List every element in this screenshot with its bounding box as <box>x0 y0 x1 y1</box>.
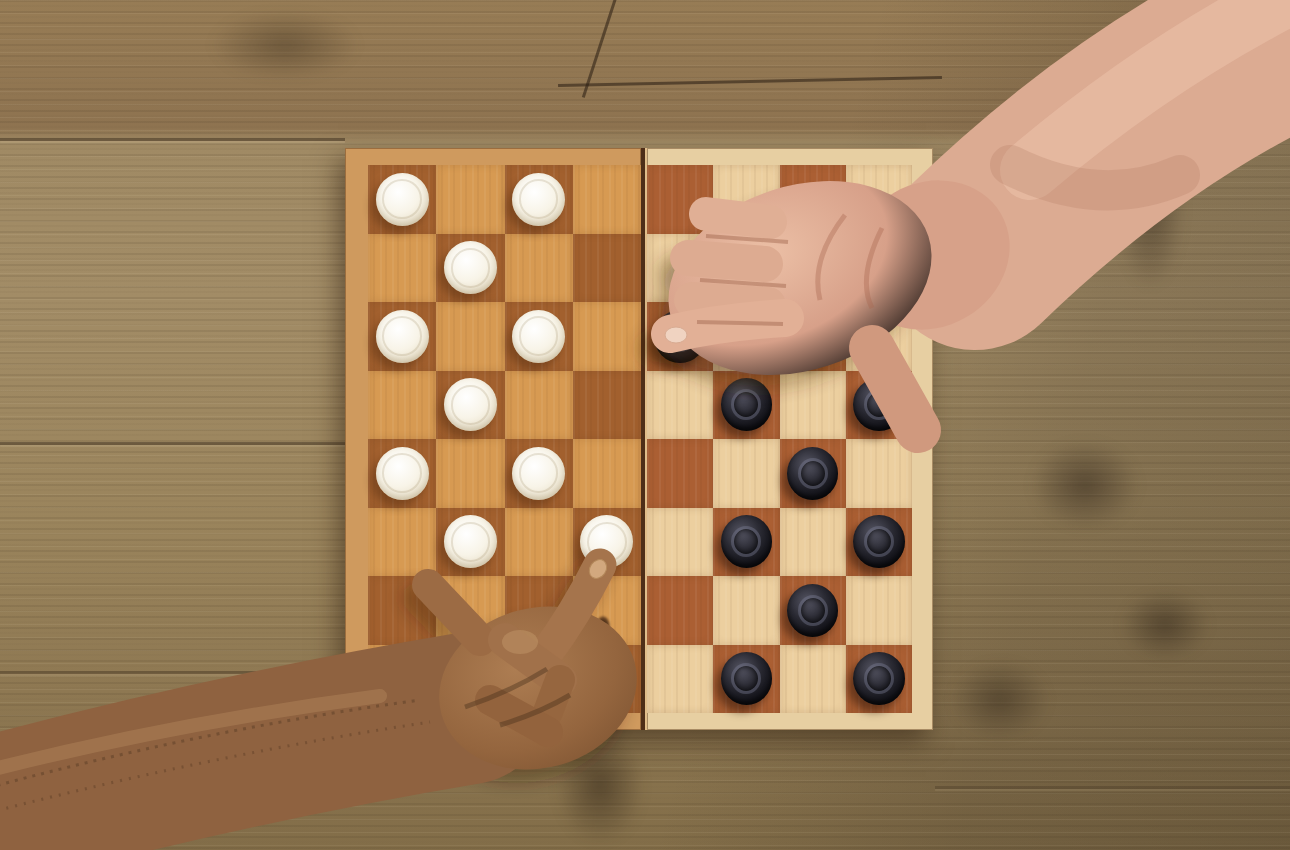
square-r7c6[interactable] <box>713 576 779 645</box>
square-r7c5[interactable] <box>647 576 713 645</box>
white-piece-r6c2[interactable] <box>444 515 497 568</box>
square-r1c7[interactable] <box>780 165 846 234</box>
square-r4c4[interactable] <box>573 371 641 440</box>
square-r5c4[interactable] <box>573 439 641 508</box>
wood-knot-patch <box>1115 120 1185 290</box>
square-r6c3[interactable] <box>505 508 573 577</box>
wood-crack <box>558 76 942 87</box>
square-r6c4[interactable] <box>573 508 641 577</box>
square-r2c8[interactable] <box>846 234 912 303</box>
black-piece-r3c7[interactable] <box>787 310 839 363</box>
square-r6c6[interactable] <box>713 508 779 577</box>
wood-crack <box>582 0 617 98</box>
square-r3c7[interactable] <box>780 302 846 371</box>
board-left-grid <box>368 165 641 713</box>
square-r1c6[interactable] <box>713 165 779 234</box>
square-r5c8[interactable] <box>846 439 912 508</box>
square-r6c8[interactable] <box>846 508 912 577</box>
table-surface <box>0 0 1290 850</box>
square-r5c5[interactable] <box>647 439 713 508</box>
board-wood-knot <box>596 616 610 637</box>
square-r6c5[interactable] <box>647 508 713 577</box>
square-r8c2[interactable] <box>436 645 504 714</box>
white-piece-r5c3[interactable] <box>512 447 565 500</box>
square-r3c4[interactable] <box>573 302 641 371</box>
square-r5c6[interactable] <box>713 439 779 508</box>
square-r2c1[interactable] <box>368 234 436 303</box>
wood-knot-patch <box>210 10 360 80</box>
square-r2c7[interactable] <box>780 234 846 303</box>
plank-seam <box>0 138 345 141</box>
black-piece-r6c8[interactable] <box>853 515 905 568</box>
white-piece-r5c1[interactable] <box>376 447 429 500</box>
black-piece-r3c5[interactable] <box>654 310 706 363</box>
square-r7c8[interactable] <box>846 576 912 645</box>
square-r8c6[interactable] <box>713 645 779 714</box>
board-left-half <box>345 148 645 730</box>
square-r8c5[interactable] <box>647 645 713 714</box>
square-r2c4[interactable] <box>573 234 641 303</box>
black-piece-r7c7[interactable] <box>787 584 839 637</box>
square-r4c8[interactable] <box>846 371 912 440</box>
square-r4c7[interactable] <box>780 371 846 440</box>
square-r7c1[interactable] <box>368 576 436 645</box>
white-piece-r4c2[interactable] <box>444 378 497 431</box>
square-r3c5[interactable] <box>647 302 713 371</box>
square-r4c3[interactable] <box>505 371 573 440</box>
black-piece-r6c6[interactable] <box>721 515 773 568</box>
square-r2c3[interactable] <box>505 234 573 303</box>
square-r8c3[interactable] <box>505 645 573 714</box>
square-r5c2[interactable] <box>436 439 504 508</box>
plank-seam <box>0 442 345 445</box>
square-r4c1[interactable] <box>368 371 436 440</box>
white-piece-r2c2[interactable] <box>444 241 497 294</box>
square-r1c2[interactable] <box>436 165 504 234</box>
square-r8c7[interactable] <box>780 645 846 714</box>
square-r8c1[interactable] <box>368 645 436 714</box>
wood-knot-patch <box>1030 440 1140 530</box>
square-r8c8[interactable] <box>846 645 912 714</box>
square-r7c2[interactable] <box>436 576 504 645</box>
square-r8c4[interactable] <box>573 645 641 714</box>
square-r7c4[interactable] <box>573 576 641 645</box>
white-piece-r1c3[interactable] <box>512 173 565 226</box>
checkers-board <box>345 148 933 730</box>
square-r4c2[interactable] <box>436 371 504 440</box>
square-r1c4[interactable] <box>573 165 641 234</box>
white-piece-r1c1[interactable] <box>376 173 429 226</box>
square-r1c8[interactable] <box>846 165 912 234</box>
square-r1c3[interactable] <box>505 165 573 234</box>
square-r4c6[interactable] <box>713 371 779 440</box>
wood-knot-patch <box>555 725 645 845</box>
white-piece-r6c4[interactable] <box>580 515 633 568</box>
white-piece-r3c3[interactable] <box>512 310 565 363</box>
square-r6c2[interactable] <box>436 508 504 577</box>
black-piece-r4c8[interactable] <box>853 378 905 431</box>
white-piece-r3c1[interactable] <box>376 310 429 363</box>
square-r6c7[interactable] <box>780 508 846 577</box>
plank-seam <box>935 786 1290 789</box>
board-right-grid <box>647 165 912 713</box>
square-r2c5[interactable] <box>647 234 713 303</box>
square-r3c3[interactable] <box>505 302 573 371</box>
square-r1c5[interactable] <box>647 165 713 234</box>
square-r2c2[interactable] <box>436 234 504 303</box>
square-r6c1[interactable] <box>368 508 436 577</box>
black-piece-r8c6[interactable] <box>721 652 773 705</box>
square-r5c1[interactable] <box>368 439 436 508</box>
board-right-half <box>645 148 933 730</box>
square-r3c6[interactable] <box>713 302 779 371</box>
black-piece-r5c7[interactable] <box>787 447 839 500</box>
square-r3c2[interactable] <box>436 302 504 371</box>
square-r5c7[interactable] <box>780 439 846 508</box>
plank-seam <box>0 671 300 674</box>
square-r3c1[interactable] <box>368 302 436 371</box>
square-r3c8[interactable] <box>846 302 912 371</box>
square-r7c3[interactable] <box>505 576 573 645</box>
black-piece-r4c6[interactable] <box>721 378 773 431</box>
wood-knot-patch <box>1120 590 1210 660</box>
black-piece-r8c8[interactable] <box>853 652 905 705</box>
square-r4c5[interactable] <box>647 371 713 440</box>
wood-knot-patch <box>950 660 1050 740</box>
square-r2c6[interactable] <box>713 234 779 303</box>
right-forearm <box>975 0 1290 255</box>
square-r5c3[interactable] <box>505 439 573 508</box>
square-r7c7[interactable] <box>780 576 846 645</box>
square-r1c1[interactable] <box>368 165 436 234</box>
